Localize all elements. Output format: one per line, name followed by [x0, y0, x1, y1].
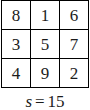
- magic-square-board: 8 1 6 3 5 7 4 9 2: [1, 0, 89, 88]
- equals-sign: =: [35, 92, 45, 110]
- grid-cell-r2c1: 9: [31, 59, 59, 87]
- magic-sum-caption: s = 15: [25, 92, 64, 110]
- sum-value: 15: [48, 92, 65, 110]
- grid-cell-r1c0: 3: [2, 30, 30, 58]
- grid-cell-r2c2: 2: [60, 59, 88, 87]
- grid-cell-r2c0: 4: [2, 59, 30, 87]
- grid-cell-r0c0: 8: [2, 1, 30, 29]
- sum-variable-label: s: [25, 92, 32, 110]
- grid-cell-r1c1: 5: [31, 30, 59, 58]
- grid-cell-r1c2: 7: [60, 30, 88, 58]
- grid-cell-r0c1: 1: [31, 1, 59, 29]
- grid-cell-r0c2: 6: [60, 1, 88, 29]
- magic-square-figure: 8 1 6 3 5 7 4 9 2 s = 15: [0, 0, 90, 110]
